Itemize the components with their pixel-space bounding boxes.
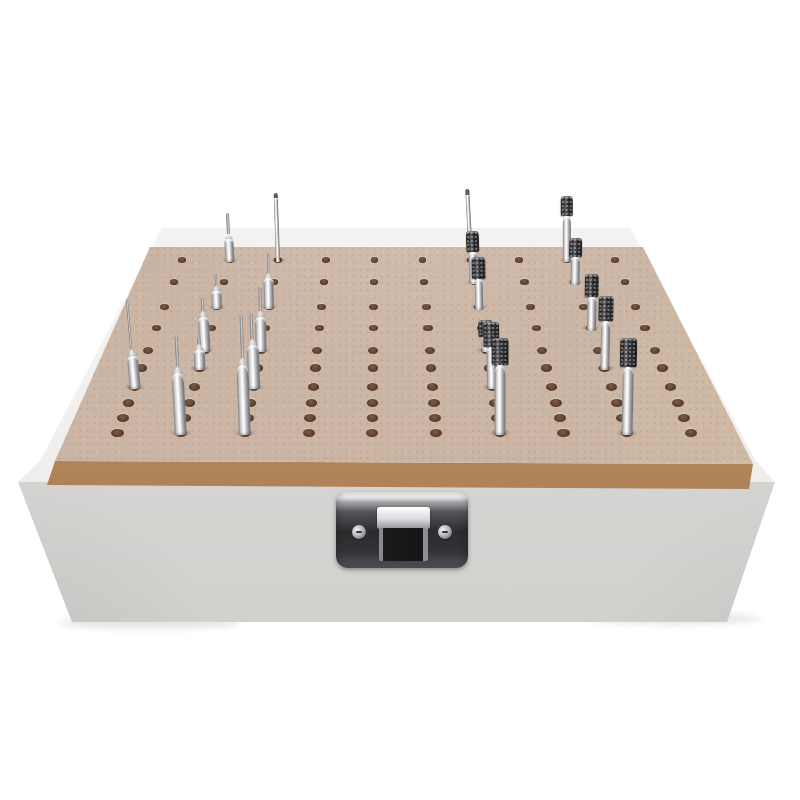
peg-micro-B[interactable] xyxy=(274,193,280,262)
pin-shoulder xyxy=(171,366,184,373)
pin-shoulder xyxy=(224,234,233,239)
burr-head xyxy=(569,238,582,257)
needle-tip xyxy=(200,298,203,311)
pin-shoulder xyxy=(263,273,273,279)
needle-tip xyxy=(125,299,132,349)
peg-burr-P[interactable] xyxy=(584,273,599,330)
burr-head xyxy=(466,230,480,251)
burr-shank xyxy=(600,321,610,370)
needle-tip xyxy=(174,336,179,367)
pin-shank xyxy=(193,350,205,371)
burr-head xyxy=(471,256,485,278)
peg-pin-C[interactable] xyxy=(211,273,222,310)
needle-tip xyxy=(226,213,229,234)
burr-shank xyxy=(586,296,596,330)
peg-layer xyxy=(0,0,800,800)
burr-head xyxy=(561,196,573,217)
burr-shank xyxy=(474,278,483,309)
peg-pin-G[interactable] xyxy=(193,336,205,370)
pin-shoulder xyxy=(193,343,204,349)
pin-shoulder xyxy=(236,358,249,365)
latch-hasp-top[interactable] xyxy=(377,507,430,529)
peg-needle-N[interactable] xyxy=(121,299,139,390)
needle-tip xyxy=(239,315,244,358)
pin-shank xyxy=(126,355,139,389)
burr-head xyxy=(584,273,598,296)
burr-head xyxy=(491,338,508,365)
burr-head xyxy=(598,296,614,322)
pin-shank xyxy=(236,365,251,435)
pin-shank xyxy=(211,291,222,309)
peg-burr-U[interactable] xyxy=(491,338,508,435)
peg-burr-R[interactable] xyxy=(597,296,613,370)
burr-shank xyxy=(622,367,634,435)
peg-pin-A[interactable] xyxy=(223,213,235,263)
needle-tip xyxy=(267,253,270,273)
micro-rod xyxy=(274,198,280,262)
needle-tip xyxy=(258,287,261,311)
burr-head xyxy=(620,338,637,368)
needle-tip xyxy=(250,313,254,339)
peg-burr-O[interactable] xyxy=(471,256,486,309)
needle-tip xyxy=(214,273,217,286)
latch-screw-right xyxy=(438,525,452,539)
peg-burr-M[interactable] xyxy=(568,237,582,284)
pin-shank xyxy=(172,373,188,436)
peg-burr-V[interactable] xyxy=(619,338,638,435)
pin-shoulder xyxy=(197,311,208,317)
pin-shoulder xyxy=(126,349,137,356)
pin-shoulder xyxy=(211,285,221,291)
latch[interactable] xyxy=(336,492,468,568)
burr-shank xyxy=(494,365,505,435)
product-photo-stage xyxy=(0,0,800,800)
needle-tip xyxy=(197,336,200,343)
pin-shank xyxy=(224,239,234,262)
peg-pin-I[interactable] xyxy=(170,335,188,435)
latch-screw-left xyxy=(352,525,366,539)
latch-hasp-body[interactable] xyxy=(379,528,428,561)
micro-tip xyxy=(465,189,469,195)
burr-shank xyxy=(570,257,579,285)
